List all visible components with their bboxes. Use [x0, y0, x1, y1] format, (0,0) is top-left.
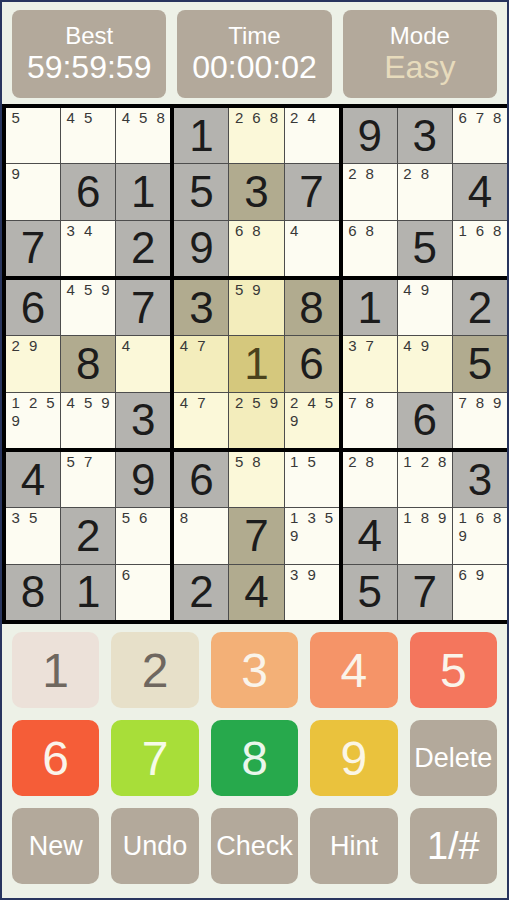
- cell-r5c5[interactable]: 1: [229, 336, 283, 391]
- pencil-marks: 35: [7, 509, 59, 527]
- cell-r3c1[interactable]: 7: [6, 221, 60, 276]
- pencil-marks: 56: [117, 509, 169, 527]
- given-digit: 5: [398, 221, 452, 276]
- cell-r2c9[interactable]: 4: [453, 164, 507, 219]
- cell-r1c7[interactable]: 9: [343, 108, 397, 163]
- cell-r9c6[interactable]: 39: [285, 565, 339, 620]
- cell-r7c9[interactable]: 3: [453, 452, 507, 507]
- pencil-marks: 39: [286, 566, 338, 584]
- cell-r4c4[interactable]: 3: [174, 280, 228, 335]
- cell-r5c6[interactable]: 6: [285, 336, 339, 391]
- cell-r6c8[interactable]: 6: [398, 393, 452, 448]
- key-8[interactable]: 8: [211, 720, 298, 796]
- cell-r9c3[interactable]: 6: [116, 565, 170, 620]
- given-digit: 9: [343, 108, 397, 163]
- box-3: 9367828284685168: [343, 108, 507, 276]
- box-4: 64597298412594593: [6, 280, 170, 448]
- cell-r8c9[interactable]: 1689: [453, 508, 507, 563]
- cell-r3c2[interactable]: 34: [61, 221, 115, 276]
- pencil-marks: 78: [344, 394, 396, 412]
- cell-r2c7[interactable]: 28: [343, 164, 397, 219]
- pencil-marks: 1259: [7, 394, 59, 430]
- given-digit: 6: [285, 336, 339, 391]
- cell-r9c1[interactable]: 8: [6, 565, 60, 620]
- undo-button[interactable]: Undo: [111, 808, 198, 884]
- cell-r9c2[interactable]: 1: [61, 565, 115, 620]
- user-digit: 1: [229, 336, 283, 391]
- cell-r1c4[interactable]: 1: [174, 108, 228, 163]
- pencil-marks: 59: [230, 281, 282, 299]
- best-display: Best 59:59:59: [12, 10, 166, 98]
- pencil-marks: 789: [454, 394, 506, 412]
- given-digit: 2: [174, 565, 228, 620]
- given-digit: 5: [343, 565, 397, 620]
- given-digit: 7: [116, 280, 170, 335]
- given-digit: 4: [453, 164, 507, 219]
- best-label: Best: [65, 23, 113, 49]
- cell-r1c3[interactable]: 458: [116, 108, 170, 163]
- box-8: 658158713592439: [174, 452, 338, 620]
- given-digit: 1: [343, 280, 397, 335]
- pencil-marks: 459: [62, 281, 114, 299]
- box-6: 149237495786789: [343, 280, 507, 448]
- pencil-marks: 45: [62, 109, 114, 127]
- cell-r1c2[interactable]: 45: [61, 108, 115, 163]
- cell-r7c8[interactable]: 128: [398, 452, 452, 507]
- pencil-marks: 69: [454, 566, 506, 584]
- cell-r7c6[interactable]: 15: [285, 452, 339, 507]
- hint-button[interactable]: Hint: [310, 808, 397, 884]
- cell-r8c4[interactable]: 8: [174, 508, 228, 563]
- time-label: Time: [228, 23, 280, 49]
- mode-button[interactable]: Mode Easy: [343, 10, 497, 98]
- given-digit: 7: [285, 164, 339, 219]
- cell-r4c8[interactable]: 49: [398, 280, 452, 335]
- cell-r3c3[interactable]: 2: [116, 221, 170, 276]
- box-9: 281283418916895769: [343, 452, 507, 620]
- cell-r1c5[interactable]: 268: [229, 108, 283, 163]
- cell-r2c6[interactable]: 7: [285, 164, 339, 219]
- key-5[interactable]: 5: [410, 632, 497, 708]
- cell-r7c1[interactable]: 4: [6, 452, 60, 507]
- cell-r3c8[interactable]: 5: [398, 221, 452, 276]
- cell-r2c5[interactable]: 3: [229, 164, 283, 219]
- key-9[interactable]: 9: [310, 720, 397, 796]
- key-2[interactable]: 2: [111, 632, 198, 708]
- key-4[interactable]: 4: [310, 632, 397, 708]
- time-display: Time 00:00:02: [177, 10, 331, 98]
- pencil-marks: 28: [399, 165, 451, 183]
- given-digit: 6: [174, 452, 228, 507]
- given-digit: 8: [285, 280, 339, 335]
- pencil-marks: 37: [344, 337, 396, 355]
- cell-r4c2[interactable]: 459: [61, 280, 115, 335]
- pencil-marks: 34: [62, 222, 114, 240]
- cell-r1c9[interactable]: 678: [453, 108, 507, 163]
- pencil-marks: 1359: [286, 509, 338, 545]
- cell-r8c5[interactable]: 7: [229, 508, 283, 563]
- given-digit: 8: [61, 336, 115, 391]
- pencil-marks: 259: [230, 394, 282, 412]
- given-digit: 9: [116, 452, 170, 507]
- cell-r5c9[interactable]: 5: [453, 336, 507, 391]
- cell-r7c3[interactable]: 9: [116, 452, 170, 507]
- pencil-marks: 47: [175, 394, 227, 412]
- cell-r7c2[interactable]: 57: [61, 452, 115, 507]
- cell-r8c3[interactable]: 56: [116, 508, 170, 563]
- given-digit: 5: [174, 164, 228, 219]
- pencil-marks: 49: [399, 281, 451, 299]
- cell-r4c6[interactable]: 8: [285, 280, 339, 335]
- cell-r6c3[interactable]: 3: [116, 393, 170, 448]
- sudoku-grid: 5454589617342126824537968493678282846851…: [2, 104, 509, 624]
- status-bar: Best 59:59:59 Time 00:00:02 Mode Easy: [2, 2, 507, 104]
- given-digit: 7: [229, 508, 283, 563]
- cell-r6c6[interactable]: 2459: [285, 393, 339, 448]
- given-digit: 3: [398, 108, 452, 163]
- pencil-marks: 6: [117, 566, 169, 584]
- given-digit: 2: [453, 280, 507, 335]
- cell-r7c5[interactable]: 58: [229, 452, 283, 507]
- key-3[interactable]: 3: [211, 632, 298, 708]
- cell-r9c5[interactable]: 4: [229, 565, 283, 620]
- cell-r3c9[interactable]: 168: [453, 221, 507, 276]
- pencil-marks: 9: [7, 165, 59, 183]
- pencil-marks: 15: [286, 453, 338, 471]
- cell-r8c6[interactable]: 1359: [285, 508, 339, 563]
- box-7: 457935256816: [6, 452, 170, 620]
- pencil-marks: 1689: [454, 509, 506, 545]
- cell-r5c7[interactable]: 37: [343, 336, 397, 391]
- cell-r5c1[interactable]: 29: [6, 336, 60, 391]
- cell-r1c1[interactable]: 5: [6, 108, 60, 163]
- cell-r6c2[interactable]: 459: [61, 393, 115, 448]
- cell-r4c9[interactable]: 2: [453, 280, 507, 335]
- best-value: 59:59:59: [27, 50, 152, 85]
- pencil-marks: 4: [286, 222, 338, 240]
- given-digit: 1: [174, 108, 228, 163]
- cell-r7c4[interactable]: 6: [174, 452, 228, 507]
- delete-button[interactable]: Delete: [410, 720, 497, 796]
- cell-r4c7[interactable]: 1: [343, 280, 397, 335]
- cell-r6c9[interactable]: 789: [453, 393, 507, 448]
- pencil-marks: 49: [399, 337, 451, 355]
- pencil-marks: 57: [62, 453, 114, 471]
- pencil-marks: 8: [175, 509, 227, 527]
- cell-r9c7[interactable]: 5: [343, 565, 397, 620]
- given-digit: 4: [6, 452, 60, 507]
- cell-r2c4[interactable]: 5: [174, 164, 228, 219]
- cell-r3c6[interactable]: 4: [285, 221, 339, 276]
- pencil-marks: 68: [344, 222, 396, 240]
- cell-r9c8[interactable]: 7: [398, 565, 452, 620]
- key-6[interactable]: 6: [12, 720, 99, 796]
- pencil-marks: 68: [230, 222, 282, 240]
- cell-r6c5[interactable]: 259: [229, 393, 283, 448]
- cell-r8c2[interactable]: 2: [61, 508, 115, 563]
- keypad: 123456789DeleteNewUndoCheckHint1/#: [2, 624, 507, 884]
- cell-r5c8[interactable]: 49: [398, 336, 452, 391]
- cell-r9c9[interactable]: 69: [453, 565, 507, 620]
- cell-r8c8[interactable]: 189: [398, 508, 452, 563]
- cell-r7c7[interactable]: 28: [343, 452, 397, 507]
- pencil-marks: 268: [230, 109, 282, 127]
- cell-r5c4[interactable]: 47: [174, 336, 228, 391]
- cell-r2c8[interactable]: 28: [398, 164, 452, 219]
- given-digit: 2: [116, 221, 170, 276]
- given-digit: 2: [61, 508, 115, 563]
- pencil-marks: 5: [7, 109, 59, 127]
- cell-r1c6[interactable]: 24: [285, 108, 339, 163]
- mode-label: Mode: [390, 23, 450, 49]
- cell-r5c2[interactable]: 8: [61, 336, 115, 391]
- cell-r2c1[interactable]: 9: [6, 164, 60, 219]
- cell-r3c4[interactable]: 9: [174, 221, 228, 276]
- pencil-marks: 189: [399, 509, 451, 527]
- box-2: 1268245379684: [174, 108, 338, 276]
- cell-r4c1[interactable]: 6: [6, 280, 60, 335]
- cell-r8c7[interactable]: 4: [343, 508, 397, 563]
- given-digit: 7: [6, 221, 60, 276]
- key-7[interactable]: 7: [111, 720, 198, 796]
- box-1: 5454589617342: [6, 108, 170, 276]
- cell-r5c3[interactable]: 4: [116, 336, 170, 391]
- given-digit: 9: [174, 221, 228, 276]
- pencil-marks: 47: [175, 337, 227, 355]
- cell-r8c1[interactable]: 35: [6, 508, 60, 563]
- given-digit: 3: [453, 452, 507, 507]
- pencil-marks: 678: [454, 109, 506, 127]
- given-digit: 6: [398, 393, 452, 448]
- given-digit: 8: [6, 565, 60, 620]
- given-digit: 3: [174, 280, 228, 335]
- pencil-marks: 24: [286, 109, 338, 127]
- pencil-marks: 28: [344, 165, 396, 183]
- time-value: 00:00:02: [192, 50, 317, 85]
- pencil-marks: 168: [454, 222, 506, 240]
- check-button[interactable]: Check: [211, 808, 298, 884]
- cell-r3c5[interactable]: 68: [229, 221, 283, 276]
- pencil-marks: 458: [117, 109, 169, 127]
- given-digit: 6: [6, 280, 60, 335]
- given-digit: 5: [453, 336, 507, 391]
- cell-r6c7[interactable]: 78: [343, 393, 397, 448]
- given-digit: 7: [398, 565, 452, 620]
- given-digit: 3: [229, 164, 283, 219]
- given-digit: 1: [116, 164, 170, 219]
- cell-r9c4[interactable]: 2: [174, 565, 228, 620]
- pencil-marks: 4: [117, 337, 169, 355]
- new-button[interactable]: New: [12, 808, 99, 884]
- cell-r1c8[interactable]: 3: [398, 108, 452, 163]
- given-digit: 4: [343, 508, 397, 563]
- cell-r4c5[interactable]: 59: [229, 280, 283, 335]
- cell-r2c2[interactable]: 6: [61, 164, 115, 219]
- cell-r2c3[interactable]: 1: [116, 164, 170, 219]
- given-digit: 6: [61, 164, 115, 219]
- cell-r6c1[interactable]: 1259: [6, 393, 60, 448]
- cell-r6c4[interactable]: 47: [174, 393, 228, 448]
- box-5: 35984716472592459: [174, 280, 338, 448]
- pencil-marks: 128: [399, 453, 451, 471]
- pencil-marks: 58: [230, 453, 282, 471]
- mode-value: Easy: [384, 50, 455, 85]
- pencil-marks: 28: [344, 453, 396, 471]
- cell-r4c3[interactable]: 7: [116, 280, 170, 335]
- pencil-marks: 459: [62, 394, 114, 412]
- pencil-toggle-button[interactable]: 1/#: [410, 808, 497, 884]
- cell-r3c7[interactable]: 68: [343, 221, 397, 276]
- key-1[interactable]: 1: [12, 632, 99, 708]
- given-digit: 1: [61, 565, 115, 620]
- given-digit: 4: [229, 565, 283, 620]
- pencil-marks: 29: [7, 337, 59, 355]
- given-digit: 3: [116, 393, 170, 448]
- pencil-marks: 2459: [286, 394, 338, 430]
